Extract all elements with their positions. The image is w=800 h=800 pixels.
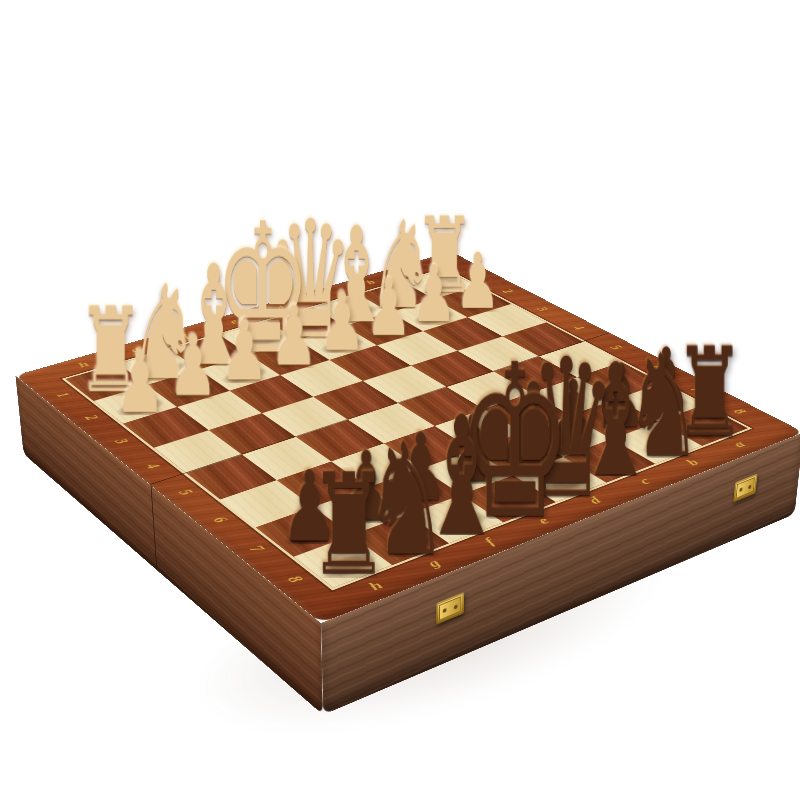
side-fold-seam xyxy=(150,485,157,571)
rank-label-left-4: 4 xyxy=(141,461,164,471)
rank-label-left-3: 3 xyxy=(110,437,133,446)
square-h2[interactable]: ♟ xyxy=(94,385,178,424)
brass-clasp-1 xyxy=(437,592,465,625)
rank-label-right-3: 3 xyxy=(532,306,551,313)
piece-black-rook-h8[interactable]: ♜ xyxy=(229,456,467,596)
rank-label-left-2: 2 xyxy=(80,413,102,422)
rank-label-left-8: 8 xyxy=(282,573,307,585)
square-h8[interactable]: ♜ xyxy=(294,535,393,587)
file-label-near-h: h xyxy=(365,579,388,593)
brass-clasp-2 xyxy=(733,473,757,502)
scene: ♜♞♝♚♛♝♞♜♟♟♟♟♟♟♟♟♟♟♟♟♟♟♟♟♜♞♝♚♛♝♞♜ 1122334… xyxy=(0,0,800,800)
piece-white-pawn-h2[interactable]: ♟ xyxy=(37,340,242,426)
